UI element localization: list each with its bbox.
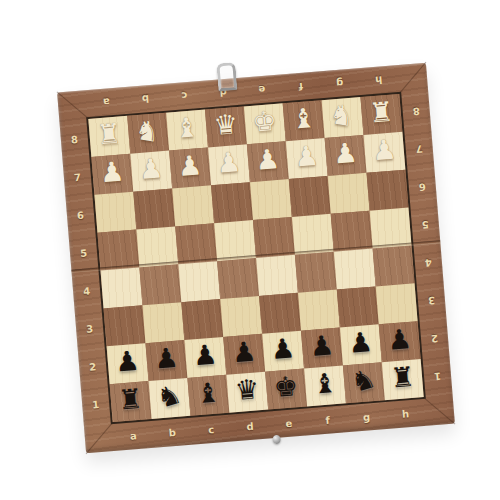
square-c3[interactable] bbox=[181, 299, 223, 340]
piece-black-pawn-b2[interactable]: ♟ bbox=[153, 343, 179, 372]
piece-black-pawn-d2[interactable]: ♟ bbox=[231, 337, 257, 366]
square-a1[interactable]: ♜ bbox=[110, 381, 152, 422]
latch-clasp bbox=[216, 62, 237, 91]
square-c6[interactable] bbox=[172, 185, 214, 226]
square-c7[interactable]: ♟ bbox=[169, 147, 211, 188]
piece-white-pawn-e7[interactable]: ♟ bbox=[254, 144, 280, 173]
piece-white-bishop-c8[interactable]: ♝ bbox=[174, 113, 200, 142]
piece-black-bishop-f1[interactable]: ♝ bbox=[312, 368, 338, 397]
piece-white-pawn-g7[interactable]: ♟ bbox=[332, 138, 358, 167]
square-h4[interactable] bbox=[373, 245, 415, 286]
coordinate-label-top-a: a bbox=[86, 88, 127, 116]
coordinate-label-left-1: 1 bbox=[82, 384, 110, 424]
square-a5[interactable] bbox=[97, 230, 139, 271]
square-b4[interactable] bbox=[139, 264, 181, 305]
square-f2[interactable]: ♟ bbox=[301, 327, 343, 368]
coordinate-label-right-6: 6 bbox=[408, 167, 436, 207]
square-g8[interactable]: ♞ bbox=[322, 97, 364, 138]
square-g5[interactable] bbox=[331, 211, 373, 252]
square-b6[interactable] bbox=[133, 189, 175, 230]
square-d2[interactable]: ♟ bbox=[223, 334, 265, 375]
coordinate-label-left-6: 6 bbox=[66, 195, 94, 235]
piece-black-knight-b1[interactable]: ♞ bbox=[154, 379, 185, 412]
piece-white-king-e8[interactable]: ♚ bbox=[251, 106, 277, 135]
piece-black-rook-a1[interactable]: ♜ bbox=[117, 384, 143, 413]
coordinate-label-top-e: e bbox=[242, 75, 283, 103]
square-e2[interactable]: ♟ bbox=[262, 331, 304, 372]
piece-white-pawn-b7[interactable]: ♟ bbox=[138, 154, 164, 183]
coordinate-label-bottom-b: b bbox=[152, 419, 193, 447]
coordinate-label-top-b: b bbox=[125, 85, 166, 113]
square-f6[interactable] bbox=[289, 176, 331, 217]
piece-white-pawn-f7[interactable]: ♟ bbox=[293, 141, 319, 170]
square-e6[interactable] bbox=[250, 179, 292, 220]
square-c5[interactable] bbox=[175, 223, 217, 264]
coordinate-label-right-1: 1 bbox=[424, 357, 452, 397]
coordinate-label-bottom-a: a bbox=[113, 422, 154, 450]
piece-white-queen-d8[interactable]: ♛ bbox=[213, 110, 239, 139]
square-e3[interactable] bbox=[259, 293, 301, 334]
piece-white-pawn-h7[interactable]: ♟ bbox=[371, 135, 397, 164]
piece-black-pawn-a2[interactable]: ♟ bbox=[114, 346, 140, 375]
square-g4[interactable] bbox=[334, 249, 376, 290]
coordinate-label-bottom-e: e bbox=[268, 409, 309, 437]
square-a3[interactable] bbox=[104, 305, 146, 346]
piece-white-pawn-c7[interactable]: ♟ bbox=[177, 151, 203, 180]
coordinate-label-left-5: 5 bbox=[70, 233, 98, 273]
square-h6[interactable] bbox=[367, 170, 409, 211]
square-b2[interactable]: ♟ bbox=[145, 340, 187, 381]
coordinate-label-top-h: h bbox=[358, 66, 399, 94]
coordinate-label-right-2: 2 bbox=[421, 319, 449, 359]
square-a4[interactable] bbox=[101, 267, 143, 308]
piece-black-pawn-h2[interactable]: ♟ bbox=[386, 324, 412, 353]
coordinate-label-right-8: 8 bbox=[402, 92, 430, 132]
coordinate-label-bottom-d: d bbox=[230, 413, 271, 441]
coordinate-label-right-4: 4 bbox=[414, 243, 442, 283]
square-g6[interactable] bbox=[328, 173, 370, 214]
frame-miter-joint bbox=[86, 423, 113, 454]
square-b1[interactable]: ♞ bbox=[149, 378, 191, 419]
square-b3[interactable] bbox=[142, 302, 184, 343]
coordinate-label-top-c: c bbox=[164, 82, 205, 110]
square-c8[interactable]: ♝ bbox=[166, 110, 208, 151]
coordinate-label-bottom-f: f bbox=[307, 406, 348, 434]
coordinate-label-bottom-c: c bbox=[191, 416, 232, 444]
square-g2[interactable]: ♟ bbox=[340, 324, 382, 365]
square-a7[interactable]: ♟ bbox=[91, 154, 133, 195]
coordinate-label-top-g: g bbox=[319, 69, 360, 97]
coordinate-label-left-8: 8 bbox=[60, 119, 88, 159]
square-a6[interactable] bbox=[94, 192, 136, 233]
square-f8[interactable]: ♝ bbox=[283, 100, 325, 141]
square-h3[interactable] bbox=[376, 283, 418, 324]
piece-black-king-e1[interactable]: ♚ bbox=[273, 372, 299, 401]
product-photo-stage: abcdefgh abcdefgh 87654321 87654321 ♜♞♝♛… bbox=[0, 0, 500, 500]
square-h5[interactable] bbox=[370, 208, 412, 249]
frame-miter-joint bbox=[424, 398, 455, 425]
square-d3[interactable] bbox=[220, 296, 262, 337]
square-c4[interactable] bbox=[178, 261, 220, 302]
square-e4[interactable] bbox=[256, 255, 298, 296]
square-f3[interactable] bbox=[298, 290, 340, 331]
square-b5[interactable] bbox=[136, 226, 178, 267]
square-g3[interactable] bbox=[337, 286, 379, 327]
piece-black-pawn-g2[interactable]: ♟ bbox=[347, 327, 373, 356]
piece-white-rook-a8[interactable]: ♜ bbox=[96, 119, 122, 148]
hinge-pin bbox=[272, 435, 281, 445]
piece-white-rook-h8[interactable]: ♜ bbox=[368, 97, 394, 126]
coordinate-label-left-7: 7 bbox=[63, 157, 91, 197]
square-b8[interactable]: ♞ bbox=[127, 113, 169, 154]
square-f7[interactable]: ♟ bbox=[286, 138, 328, 179]
square-d4[interactable] bbox=[217, 258, 259, 299]
piece-black-rook-h1[interactable]: ♜ bbox=[389, 362, 415, 391]
square-e5[interactable] bbox=[253, 217, 295, 258]
coordinate-label-right-3: 3 bbox=[418, 281, 446, 321]
square-d8[interactable]: ♛ bbox=[205, 106, 247, 147]
piece-black-pawn-f2[interactable]: ♟ bbox=[309, 331, 335, 360]
piece-black-knight-g1[interactable]: ♞ bbox=[348, 363, 379, 396]
frame-miter-joint bbox=[400, 62, 427, 93]
coordinate-label-right-5: 5 bbox=[411, 205, 439, 245]
square-e8[interactable]: ♚ bbox=[244, 103, 286, 144]
coordinate-label-top-f: f bbox=[280, 72, 321, 100]
piece-black-pawn-c2[interactable]: ♟ bbox=[192, 340, 218, 369]
square-c2[interactable]: ♟ bbox=[184, 337, 226, 378]
chess-board: abcdefgh abcdefgh 87654321 87654321 ♜♞♝♛… bbox=[57, 63, 455, 454]
square-h7[interactable]: ♟ bbox=[363, 132, 405, 173]
square-e7[interactable]: ♟ bbox=[247, 141, 289, 182]
square-f4[interactable] bbox=[295, 252, 337, 293]
square-a8[interactable]: ♜ bbox=[88, 116, 130, 157]
piece-black-queen-d1[interactable]: ♛ bbox=[234, 375, 260, 404]
piece-white-pawn-d7[interactable]: ♟ bbox=[216, 147, 242, 176]
square-h2[interactable]: ♟ bbox=[379, 321, 421, 362]
piece-white-bishop-f8[interactable]: ♝ bbox=[290, 103, 316, 132]
square-h8[interactable]: ♜ bbox=[360, 94, 402, 135]
square-f1[interactable]: ♝ bbox=[304, 365, 346, 406]
square-e1[interactable]: ♚ bbox=[265, 369, 307, 410]
coordinate-label-right-7: 7 bbox=[405, 130, 433, 170]
piece-white-knight-b8[interactable]: ♞ bbox=[134, 115, 162, 146]
coordinate-label-left-3: 3 bbox=[76, 309, 104, 349]
square-d5[interactable] bbox=[214, 220, 256, 261]
square-d7[interactable]: ♟ bbox=[208, 144, 250, 185]
piece-black-pawn-e2[interactable]: ♟ bbox=[270, 334, 296, 363]
coordinate-label-bottom-g: g bbox=[346, 403, 387, 431]
square-d1[interactable]: ♛ bbox=[226, 372, 268, 413]
piece-black-bishop-c1[interactable]: ♝ bbox=[195, 378, 221, 407]
square-g1[interactable]: ♞ bbox=[343, 362, 385, 403]
board-squares: ♜♞♝♛♚♝♞♜♟♟♟♟♟♟♟♟♟♟♟♟♟♟♟♟♜♞♝♛♚♝♞♜ bbox=[86, 92, 426, 424]
square-b7[interactable]: ♟ bbox=[130, 151, 172, 192]
coordinate-label-left-2: 2 bbox=[79, 347, 107, 387]
square-f5[interactable] bbox=[292, 214, 334, 255]
frame-miter-joint bbox=[57, 91, 88, 118]
square-a2[interactable]: ♟ bbox=[107, 343, 149, 384]
piece-white-pawn-a7[interactable]: ♟ bbox=[99, 157, 125, 186]
coordinate-label-left-4: 4 bbox=[73, 271, 101, 311]
square-h1[interactable]: ♜ bbox=[382, 359, 424, 400]
coordinate-label-bottom-h: h bbox=[385, 400, 426, 428]
square-d6[interactable] bbox=[211, 182, 253, 223]
piece-white-knight-g8[interactable]: ♞ bbox=[328, 99, 356, 130]
square-c1[interactable]: ♝ bbox=[187, 375, 229, 416]
square-g7[interactable]: ♟ bbox=[325, 135, 367, 176]
